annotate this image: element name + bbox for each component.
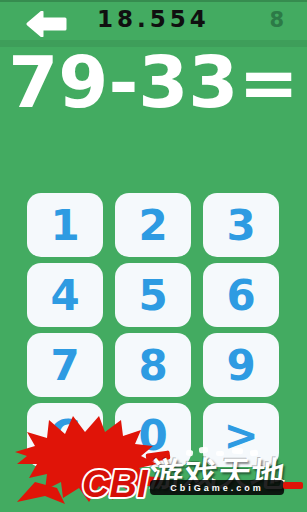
key-4[interactable]: 4 (27, 263, 103, 327)
key-clear[interactable]: C (27, 403, 103, 467)
watermark-underline-right (283, 482, 303, 489)
app-screen: 18.554 8 79-33= 1 2 3 4 5 6 7 8 9 C 0 > … (0, 0, 307, 512)
key-9[interactable]: 9 (203, 333, 279, 397)
key-0[interactable]: 0 (115, 403, 191, 467)
problem-text: 79-33= (0, 44, 307, 120)
number-keypad: 1 2 3 4 5 6 7 8 9 C 0 > (27, 193, 279, 467)
key-3[interactable]: 3 (203, 193, 279, 257)
domain-strip: CbiGame.com (150, 480, 284, 495)
key-1[interactable]: 1 (27, 193, 103, 257)
key-6[interactable]: 6 (203, 263, 279, 327)
score-display: 18.554 (0, 6, 307, 32)
key-2[interactable]: 2 (115, 193, 191, 257)
key-8[interactable]: 8 (115, 333, 191, 397)
round-counter: 8 (269, 8, 284, 32)
cbi-brand-label: CBI (82, 463, 149, 505)
key-submit[interactable]: > (203, 403, 279, 467)
domain-label: CbiGame.com (170, 483, 264, 493)
key-5[interactable]: 5 (115, 263, 191, 327)
header-bar: 18.554 8 (0, 0, 307, 42)
watermark-underline-left (100, 477, 158, 483)
key-7[interactable]: 7 (27, 333, 103, 397)
